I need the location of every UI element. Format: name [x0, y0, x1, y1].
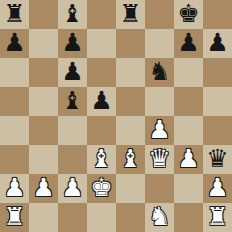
black-pawn-icon: ♟	[0, 29, 29, 58]
square-h8[interactable]	[203, 0, 232, 29]
rank-7: ♟ ♟ ♟ ♟	[0, 29, 232, 58]
black-rook-icon: ♜	[0, 0, 29, 29]
white-pawn-icon: ♟	[58, 174, 87, 203]
chess-board: ♜ ♝ ♜ ♚ ♟ ♟ ♟ ♟ ♟ ♞ ♝ ♟	[0, 0, 232, 232]
white-knight-icon: ♞	[145, 203, 174, 232]
rank-6: ♟ ♞	[0, 58, 232, 87]
square-a4[interactable]	[0, 116, 29, 145]
square-b8[interactable]	[29, 0, 58, 29]
square-a7[interactable]: ♟	[0, 29, 29, 58]
white-king-icon: ♚	[87, 174, 116, 203]
square-d4[interactable]	[87, 116, 116, 145]
square-b6[interactable]	[29, 58, 58, 87]
square-c8[interactable]: ♝	[58, 0, 87, 29]
black-knight-icon: ♞	[145, 58, 174, 87]
square-d7[interactable]	[87, 29, 116, 58]
square-c3[interactable]	[58, 145, 87, 174]
white-rook-icon: ♜	[0, 203, 29, 232]
square-e3[interactable]: ♝	[116, 145, 145, 174]
square-f5[interactable]	[145, 87, 174, 116]
white-pawn-icon: ♟	[203, 174, 232, 203]
square-b1[interactable]	[29, 203, 58, 232]
white-bishop-icon: ♝	[116, 145, 145, 174]
square-g5[interactable]	[174, 87, 203, 116]
square-h4[interactable]	[203, 116, 232, 145]
square-b2[interactable]: ♟	[29, 174, 58, 203]
rank-4: ♟	[0, 116, 232, 145]
square-e6[interactable]	[116, 58, 145, 87]
square-e1[interactable]	[116, 203, 145, 232]
black-pawn-icon: ♟	[87, 87, 116, 116]
square-b5[interactable]	[29, 87, 58, 116]
black-king-icon: ♚	[174, 0, 203, 29]
square-f4[interactable]: ♟	[145, 116, 174, 145]
square-f6[interactable]: ♞	[145, 58, 174, 87]
square-d1[interactable]	[87, 203, 116, 232]
square-a2[interactable]: ♟	[0, 174, 29, 203]
square-d3[interactable]: ♝	[87, 145, 116, 174]
square-g1[interactable]	[174, 203, 203, 232]
square-f3[interactable]: ♛	[145, 145, 174, 174]
square-g4[interactable]	[174, 116, 203, 145]
square-c6[interactable]: ♟	[58, 58, 87, 87]
square-a3[interactable]	[0, 145, 29, 174]
square-e5[interactable]	[116, 87, 145, 116]
rank-3: ♝ ♝ ♛ ♟ ♛	[0, 145, 232, 174]
white-queen-icon: ♛	[145, 145, 174, 174]
square-h7[interactable]: ♟	[203, 29, 232, 58]
rank-5: ♝ ♟	[0, 87, 232, 116]
square-a8[interactable]: ♜	[0, 0, 29, 29]
square-c7[interactable]: ♟	[58, 29, 87, 58]
rank-2: ♟ ♟ ♟ ♚ ♟	[0, 174, 232, 203]
square-a1[interactable]: ♜	[0, 203, 29, 232]
white-pawn-icon: ♟	[29, 174, 58, 203]
white-pawn-icon: ♟	[145, 116, 174, 145]
square-g8[interactable]: ♚	[174, 0, 203, 29]
square-e7[interactable]	[116, 29, 145, 58]
square-d2[interactable]: ♚	[87, 174, 116, 203]
square-c4[interactable]	[58, 116, 87, 145]
black-queen-icon: ♛	[203, 145, 232, 174]
square-g6[interactable]	[174, 58, 203, 87]
white-pawn-icon: ♟	[0, 174, 29, 203]
square-b4[interactable]	[29, 116, 58, 145]
square-d8[interactable]	[87, 0, 116, 29]
square-e4[interactable]	[116, 116, 145, 145]
square-h2[interactable]: ♟	[203, 174, 232, 203]
black-pawn-icon: ♟	[174, 29, 203, 58]
square-f8[interactable]	[145, 0, 174, 29]
square-f2[interactable]	[145, 174, 174, 203]
black-pawn-icon: ♟	[58, 29, 87, 58]
square-c2[interactable]: ♟	[58, 174, 87, 203]
square-f7[interactable]	[145, 29, 174, 58]
black-rook-icon: ♜	[116, 0, 145, 29]
square-d5[interactable]: ♟	[87, 87, 116, 116]
rank-1: ♜ ♞ ♜	[0, 203, 232, 232]
rank-8: ♜ ♝ ♜ ♚	[0, 0, 232, 29]
square-e2[interactable]	[116, 174, 145, 203]
square-a6[interactable]	[0, 58, 29, 87]
square-b3[interactable]	[29, 145, 58, 174]
square-c1[interactable]	[58, 203, 87, 232]
square-f1[interactable]: ♞	[145, 203, 174, 232]
square-b7[interactable]	[29, 29, 58, 58]
black-bishop-icon: ♝	[58, 87, 87, 116]
white-bishop-icon: ♝	[87, 145, 116, 174]
square-g2[interactable]	[174, 174, 203, 203]
square-d6[interactable]	[87, 58, 116, 87]
square-e8[interactable]: ♜	[116, 0, 145, 29]
black-pawn-icon: ♟	[203, 29, 232, 58]
square-h5[interactable]	[203, 87, 232, 116]
white-pawn-icon: ♟	[174, 145, 203, 174]
square-h6[interactable]	[203, 58, 232, 87]
square-a5[interactable]	[0, 87, 29, 116]
square-g7[interactable]: ♟	[174, 29, 203, 58]
square-c5[interactable]: ♝	[58, 87, 87, 116]
black-bishop-icon: ♝	[58, 0, 87, 29]
white-rook-icon: ♜	[203, 203, 232, 232]
square-h1[interactable]: ♜	[203, 203, 232, 232]
black-pawn-icon: ♟	[58, 58, 87, 87]
square-g3[interactable]: ♟	[174, 145, 203, 174]
square-h3[interactable]: ♛	[203, 145, 232, 174]
